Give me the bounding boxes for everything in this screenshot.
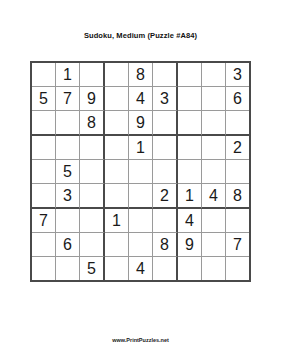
cell-r4c9: 2 [226, 136, 249, 160]
cell-r6c7: 1 [178, 184, 202, 209]
cell-r5c4 [105, 160, 129, 184]
cell-r4c7 [178, 136, 202, 160]
cell-r6c3 [80, 184, 105, 209]
cell-r3c7 [178, 111, 202, 136]
cell-r6c8: 4 [202, 184, 226, 209]
cell-r9c5: 4 [129, 257, 153, 280]
cell-r4c4 [105, 136, 129, 160]
cell-r1c8 [202, 63, 226, 87]
cell-r2c1: 5 [32, 87, 56, 111]
cell-r7c6 [153, 209, 178, 233]
cell-r9c1 [32, 257, 56, 280]
cell-r1c2: 1 [56, 63, 80, 87]
cell-r7c1: 7 [32, 209, 56, 233]
cell-r1c4 [105, 63, 129, 87]
cell-r1c9: 3 [226, 63, 249, 87]
cell-r5c7 [178, 160, 202, 184]
cell-r4c3 [80, 136, 105, 160]
cell-r5c6 [153, 160, 178, 184]
cell-r8c6: 8 [153, 233, 178, 257]
cell-r3c1 [32, 111, 56, 136]
cell-r7c5 [129, 209, 153, 233]
cell-r1c5: 8 [129, 63, 153, 87]
cell-r1c3 [80, 63, 105, 87]
cell-r4c5: 1 [129, 136, 153, 160]
cell-r7c8 [202, 209, 226, 233]
cell-r5c3 [80, 160, 105, 184]
cell-r4c2 [56, 136, 80, 160]
cell-r6c9: 8 [226, 184, 249, 209]
cell-r6c4 [105, 184, 129, 209]
cell-r2c4 [105, 87, 129, 111]
cell-r3c8 [202, 111, 226, 136]
cell-r4c8 [202, 136, 226, 160]
cell-r2c7 [178, 87, 202, 111]
cell-r6c5 [129, 184, 153, 209]
cell-r3c3: 8 [80, 111, 105, 136]
cell-r9c8 [202, 257, 226, 280]
footer-url: www.PrintPuzzles.net [0, 337, 281, 343]
cell-r8c4 [105, 233, 129, 257]
cell-r9c2 [56, 257, 80, 280]
cell-r7c2 [56, 209, 80, 233]
cell-r1c1 [32, 63, 56, 87]
cell-r7c3 [80, 209, 105, 233]
cell-r2c6: 3 [153, 87, 178, 111]
cell-r8c7: 9 [178, 233, 202, 257]
cell-r4c1 [32, 136, 56, 160]
cell-r3c2 [56, 111, 80, 136]
cell-r7c9 [226, 209, 249, 233]
cell-r8c5 [129, 233, 153, 257]
cell-r7c4: 1 [105, 209, 129, 233]
page-title: Sudoku, Medium (Puzzle #A84) [0, 31, 281, 40]
cell-r6c2: 3 [56, 184, 80, 209]
cell-r2c2: 7 [56, 87, 80, 111]
cell-r2c3: 9 [80, 87, 105, 111]
cell-r7c7: 4 [178, 209, 202, 233]
cell-r8c9: 7 [226, 233, 249, 257]
cell-r1c7 [178, 63, 202, 87]
cell-r8c2: 6 [56, 233, 80, 257]
cell-r3c9 [226, 111, 249, 136]
cell-r9c9 [226, 257, 249, 280]
cell-r3c4 [105, 111, 129, 136]
cell-r9c4 [105, 257, 129, 280]
cell-r5c1 [32, 160, 56, 184]
sudoku-grid: 1835794368912532148714689754 [30, 61, 251, 282]
cell-r5c5 [129, 160, 153, 184]
cell-r1c6 [153, 63, 178, 87]
cell-r8c3 [80, 233, 105, 257]
cell-r3c6 [153, 111, 178, 136]
cell-r2c9: 6 [226, 87, 249, 111]
cell-r8c1 [32, 233, 56, 257]
cell-r6c1 [32, 184, 56, 209]
cell-r5c2: 5 [56, 160, 80, 184]
cell-r3c5: 9 [129, 111, 153, 136]
cell-r5c8 [202, 160, 226, 184]
cell-r2c8 [202, 87, 226, 111]
cell-r2c5: 4 [129, 87, 153, 111]
cell-r5c9 [226, 160, 249, 184]
cell-r9c7 [178, 257, 202, 280]
cell-r4c6 [153, 136, 178, 160]
cell-r9c3: 5 [80, 257, 105, 280]
cell-r6c6: 2 [153, 184, 178, 209]
cell-r9c6 [153, 257, 178, 280]
cell-r8c8 [202, 233, 226, 257]
